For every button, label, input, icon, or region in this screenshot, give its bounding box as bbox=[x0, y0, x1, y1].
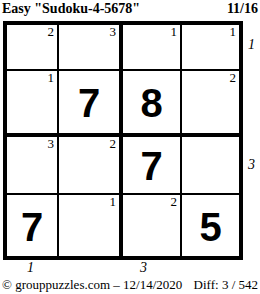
cell-r1c1[interactable]: 2 bbox=[7, 25, 59, 71]
cell-r4c1[interactable]: 7 bbox=[7, 195, 59, 256]
corner-mark: 3 bbox=[110, 25, 117, 40]
corner-mark: 2 bbox=[171, 195, 178, 210]
given-digit: 8 bbox=[140, 81, 162, 123]
corner-mark: 1 bbox=[110, 195, 117, 210]
row-label-1: 1 bbox=[248, 38, 255, 52]
sudoku-board: 231117823277125 bbox=[3, 21, 243, 260]
cell-r4c2[interactable]: 1 bbox=[59, 195, 123, 256]
cell-r3c3[interactable]: 7 bbox=[123, 137, 182, 195]
given-digit: 7 bbox=[21, 205, 43, 247]
corner-mark: 2 bbox=[48, 25, 55, 40]
corner-mark: 1 bbox=[171, 25, 178, 40]
cell-r2c2[interactable]: 7 bbox=[59, 71, 123, 137]
cell-r3c4[interactable] bbox=[182, 137, 239, 195]
corner-mark: 1 bbox=[48, 71, 55, 86]
page-number: 11/16 bbox=[227, 1, 258, 17]
cell-r4c4[interactable]: 5 bbox=[182, 195, 239, 256]
given-digit: 7 bbox=[78, 81, 100, 123]
row-label-3: 3 bbox=[248, 158, 255, 172]
corner-mark: 3 bbox=[48, 137, 55, 152]
corner-mark: 2 bbox=[230, 71, 237, 86]
copyright-text: © grouppuzzles.com – 12/14/2020 bbox=[2, 277, 182, 293]
col-label-3: 3 bbox=[140, 261, 147, 275]
col-label-1: 1 bbox=[27, 261, 34, 275]
difficulty-text: Diff: 3 / 542 bbox=[194, 277, 258, 293]
cell-r1c2[interactable]: 3 bbox=[59, 25, 123, 71]
cell-r1c3[interactable]: 1 bbox=[123, 25, 182, 71]
cell-r3c2[interactable]: 2 bbox=[59, 137, 123, 195]
cell-r1c4[interactable]: 1 bbox=[182, 25, 239, 71]
given-digit: 7 bbox=[140, 144, 162, 186]
given-digit: 5 bbox=[199, 205, 221, 247]
page-title: Easy "Sudoku-4-5678" bbox=[2, 1, 140, 17]
cell-r2c1[interactable]: 1 bbox=[7, 71, 59, 137]
cell-r4c3[interactable]: 2 bbox=[123, 195, 182, 256]
cell-r2c4[interactable]: 2 bbox=[182, 71, 239, 137]
corner-mark: 2 bbox=[110, 137, 117, 152]
cell-r3c1[interactable]: 3 bbox=[7, 137, 59, 195]
puzzle-page: Easy "Sudoku-4-5678" 11/16 2311178232771… bbox=[0, 0, 260, 294]
corner-mark: 1 bbox=[230, 25, 237, 40]
cell-r2c3[interactable]: 8 bbox=[123, 71, 182, 137]
